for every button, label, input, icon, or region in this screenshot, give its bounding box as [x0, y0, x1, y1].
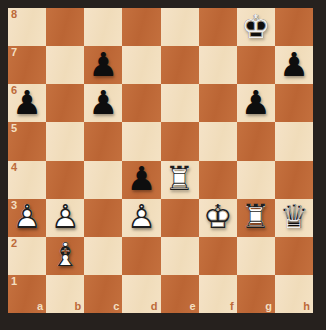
square-a1[interactable]: 1a: [8, 275, 46, 313]
square-g3[interactable]: ♜♖: [237, 199, 275, 237]
piece-black-pawn[interactable]: ♟: [84, 46, 122, 84]
square-d3[interactable]: ♟♙: [122, 199, 160, 237]
square-d8[interactable]: [122, 8, 160, 46]
piece-outline: ♔: [199, 198, 237, 236]
file-label-a: a: [37, 300, 43, 313]
piece-white-bishop[interactable]: ♝♗: [46, 237, 84, 275]
piece-glyph: ♟: [122, 160, 160, 198]
square-g7[interactable]: [237, 46, 275, 84]
square-b7[interactable]: [46, 46, 84, 84]
piece-white-pawn[interactable]: ♟♙: [46, 199, 84, 237]
piece-outline: ♖: [161, 160, 199, 198]
rank-label-5: 5: [11, 122, 17, 135]
rank-label-1: 1: [11, 275, 17, 288]
chess-board-frame: 8♚♔7♟♟6♟♟♟54♟♜♖3♟♙♟♙♟♙♚♔♜♖♛♕2♝♗1abcdefgh: [0, 0, 326, 330]
file-label-c: c: [113, 300, 119, 313]
square-d2[interactable]: [122, 237, 160, 275]
piece-black-pawn[interactable]: ♟: [237, 84, 275, 122]
square-c8[interactable]: [84, 8, 122, 46]
piece-white-rook[interactable]: ♜♖: [161, 161, 199, 199]
square-f6[interactable]: [199, 84, 237, 122]
piece-glyph: ♟: [237, 83, 275, 121]
piece-outline: ♙: [122, 198, 160, 236]
square-f8[interactable]: [199, 8, 237, 46]
square-b2[interactable]: ♝♗: [46, 237, 84, 275]
square-h5[interactable]: [275, 122, 313, 160]
square-c6[interactable]: ♟: [84, 84, 122, 122]
square-f7[interactable]: [199, 46, 237, 84]
square-a2[interactable]: 2: [8, 237, 46, 275]
rank-label-4: 4: [11, 161, 17, 174]
rank-label-7: 7: [11, 46, 17, 59]
piece-white-pawn[interactable]: ♟♙: [8, 199, 46, 237]
square-h4[interactable]: [275, 161, 313, 199]
square-b6[interactable]: [46, 84, 84, 122]
piece-black-pawn[interactable]: ♟: [122, 161, 160, 199]
square-h6[interactable]: [275, 84, 313, 122]
square-a4[interactable]: 4: [8, 161, 46, 199]
square-c1[interactable]: c: [84, 275, 122, 313]
piece-glyph: ♟: [84, 45, 122, 83]
square-a6[interactable]: 6♟: [8, 84, 46, 122]
square-c5[interactable]: [84, 122, 122, 160]
file-label-h: h: [303, 300, 310, 313]
file-label-d: d: [151, 300, 158, 313]
square-e1[interactable]: e: [161, 275, 199, 313]
square-f3[interactable]: ♚♔: [199, 199, 237, 237]
square-b8[interactable]: [46, 8, 84, 46]
square-a5[interactable]: 5: [8, 122, 46, 160]
square-d5[interactable]: [122, 122, 160, 160]
square-b4[interactable]: [46, 161, 84, 199]
square-g8[interactable]: ♚♔: [237, 8, 275, 46]
rank-label-2: 2: [11, 237, 17, 250]
file-label-e: e: [190, 300, 196, 313]
square-g1[interactable]: g: [237, 275, 275, 313]
piece-outline: ♙: [8, 198, 46, 236]
piece-outline: ♙: [46, 198, 84, 236]
square-f4[interactable]: [199, 161, 237, 199]
square-d4[interactable]: ♟: [122, 161, 160, 199]
square-e4[interactable]: ♜♖: [161, 161, 199, 199]
piece-white-rook[interactable]: ♜♖: [237, 199, 275, 237]
square-c2[interactable]: [84, 237, 122, 275]
square-c3[interactable]: [84, 199, 122, 237]
piece-black-queen[interactable]: ♛♕: [275, 199, 313, 237]
file-label-b: b: [75, 300, 82, 313]
piece-black-king[interactable]: ♚♔: [237, 8, 275, 46]
square-h3[interactable]: ♛♕: [275, 199, 313, 237]
square-d6[interactable]: [122, 84, 160, 122]
square-h7[interactable]: ♟: [275, 46, 313, 84]
piece-black-pawn[interactable]: ♟: [84, 84, 122, 122]
file-label-f: f: [230, 300, 234, 313]
square-b1[interactable]: b: [46, 275, 84, 313]
chess-board: 8♚♔7♟♟6♟♟♟54♟♜♖3♟♙♟♙♟♙♚♔♜♖♛♕2♝♗1abcdefgh: [8, 8, 313, 313]
piece-glyph: ♟: [275, 45, 313, 83]
piece-glyph: ♟: [8, 83, 46, 121]
square-e8[interactable]: [161, 8, 199, 46]
square-g5[interactable]: [237, 122, 275, 160]
piece-glyph: ♟: [84, 83, 122, 121]
square-e3[interactable]: [161, 199, 199, 237]
square-c7[interactable]: ♟: [84, 46, 122, 84]
square-f2[interactable]: [199, 237, 237, 275]
square-h2[interactable]: [275, 237, 313, 275]
square-e5[interactable]: [161, 122, 199, 160]
piece-black-pawn[interactable]: ♟: [275, 46, 313, 84]
square-e6[interactable]: [161, 84, 199, 122]
piece-outline: ♗: [46, 236, 84, 274]
piece-white-pawn[interactable]: ♟♙: [122, 199, 160, 237]
square-b3[interactable]: ♟♙: [46, 199, 84, 237]
square-e7[interactable]: [161, 46, 199, 84]
square-c4[interactable]: [84, 161, 122, 199]
square-b5[interactable]: [46, 122, 84, 160]
square-d7[interactable]: [122, 46, 160, 84]
square-d1[interactable]: d: [122, 275, 160, 313]
square-g4[interactable]: [237, 161, 275, 199]
file-label-g: g: [265, 300, 272, 313]
square-a7[interactable]: 7: [8, 46, 46, 84]
piece-black-pawn[interactable]: ♟: [8, 84, 46, 122]
piece-outline: ♕: [275, 198, 313, 236]
piece-outline: ♔: [237, 7, 275, 45]
square-f5[interactable]: [199, 122, 237, 160]
square-a8[interactable]: 8: [8, 8, 46, 46]
square-h1[interactable]: h: [275, 275, 313, 313]
square-e2[interactable]: [161, 237, 199, 275]
square-h8[interactable]: [275, 8, 313, 46]
square-a3[interactable]: 3♟♙: [8, 199, 46, 237]
square-g2[interactable]: [237, 237, 275, 275]
rank-label-8: 8: [11, 8, 17, 21]
piece-outline: ♖: [237, 198, 275, 236]
square-g6[interactable]: ♟: [237, 84, 275, 122]
piece-white-king[interactable]: ♚♔: [199, 199, 237, 237]
square-f1[interactable]: f: [199, 275, 237, 313]
